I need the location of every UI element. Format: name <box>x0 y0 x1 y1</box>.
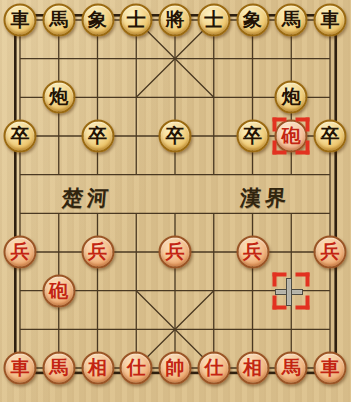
piece-red-chariot[interactable]: 車 <box>4 352 37 385</box>
piece-black-soldier[interactable]: 卒 <box>159 120 192 153</box>
piece-character: 兵 <box>243 242 262 261</box>
piece-black-advisor[interactable]: 士 <box>197 4 230 37</box>
piece-red-soldier[interactable]: 兵 <box>314 236 347 269</box>
piece-character: 卒 <box>166 126 185 145</box>
piece-character: 馬 <box>49 10 68 29</box>
piece-character: 卒 <box>88 126 107 145</box>
piece-black-cannon[interactable]: 炮 <box>42 81 75 114</box>
piece-character: 車 <box>11 10 30 29</box>
board-grid-lines <box>0 0 351 402</box>
piece-red-elephant[interactable]: 相 <box>81 352 114 385</box>
river-label-han-jie: 漢界 <box>239 184 291 212</box>
piece-character: 馬 <box>49 358 68 377</box>
piece-black-advisor[interactable]: 士 <box>120 4 153 37</box>
piece-black-soldier[interactable]: 卒 <box>4 120 37 153</box>
piece-character: 炮 <box>282 87 301 106</box>
piece-character: 炮 <box>49 87 68 106</box>
piece-black-soldier[interactable]: 卒 <box>236 120 269 153</box>
piece-red-soldier[interactable]: 兵 <box>4 236 37 269</box>
piece-red-horse[interactable]: 馬 <box>42 352 75 385</box>
piece-character: 卒 <box>321 126 340 145</box>
piece-character: 兵 <box>88 242 107 261</box>
piece-red-elephant[interactable]: 相 <box>236 352 269 385</box>
piece-character: 帥 <box>166 358 185 377</box>
piece-black-chariot[interactable]: 車 <box>314 4 347 37</box>
piece-red-cannon[interactable]: 砲 <box>42 274 75 307</box>
piece-character: 將 <box>166 10 185 29</box>
piece-character: 車 <box>11 358 30 377</box>
piece-character: 兵 <box>321 242 340 261</box>
piece-character: 仕 <box>127 358 146 377</box>
piece-red-chariot[interactable]: 車 <box>314 352 347 385</box>
piece-red-general[interactable]: 帥 <box>159 352 192 385</box>
piece-character: 砲 <box>49 281 68 300</box>
piece-red-advisor[interactable]: 仕 <box>197 352 230 385</box>
piece-red-soldier[interactable]: 兵 <box>81 236 114 269</box>
piece-red-advisor[interactable]: 仕 <box>120 352 153 385</box>
piece-black-chariot[interactable]: 車 <box>4 4 37 37</box>
piece-red-horse[interactable]: 馬 <box>275 352 308 385</box>
piece-character: 象 <box>243 10 262 29</box>
piece-character: 相 <box>243 358 262 377</box>
piece-character: 卒 <box>11 126 30 145</box>
piece-character: 車 <box>321 358 340 377</box>
river-label-chu-he: 楚河 <box>61 184 113 212</box>
piece-black-horse[interactable]: 馬 <box>275 4 308 37</box>
piece-character: 馬 <box>282 10 301 29</box>
piece-character: 仕 <box>204 358 223 377</box>
piece-black-soldier[interactable]: 卒 <box>81 120 114 153</box>
piece-character: 象 <box>88 10 107 29</box>
piece-red-soldier[interactable]: 兵 <box>159 236 192 269</box>
piece-black-cannon[interactable]: 炮 <box>275 81 308 114</box>
piece-character: 士 <box>204 10 223 29</box>
piece-character: 卒 <box>243 126 262 145</box>
piece-black-general[interactable]: 將 <box>159 4 192 37</box>
piece-red-cannon[interactable]: 砲 <box>275 120 308 153</box>
piece-character: 砲 <box>282 126 301 145</box>
piece-black-soldier[interactable]: 卒 <box>314 120 347 153</box>
piece-black-horse[interactable]: 馬 <box>42 4 75 37</box>
piece-character: 相 <box>88 358 107 377</box>
piece-black-elephant[interactable]: 象 <box>236 4 269 37</box>
piece-red-soldier[interactable]: 兵 <box>236 236 269 269</box>
piece-character: 兵 <box>11 242 30 261</box>
piece-black-elephant[interactable]: 象 <box>81 4 114 37</box>
piece-character: 士 <box>127 10 146 29</box>
xiangqi-board[interactable]: 楚河 漢界 車馬象士將士象馬車炮炮卒卒卒卒砲卒兵兵兵兵兵砲車馬相仕帥仕相馬車 <box>0 0 351 402</box>
piece-character: 車 <box>321 10 340 29</box>
piece-character: 兵 <box>166 242 185 261</box>
piece-character: 馬 <box>282 358 301 377</box>
